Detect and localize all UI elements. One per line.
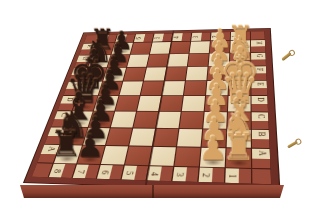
coord-label: 7 — [117, 37, 124, 39]
square-g6 — [127, 55, 149, 68]
coord-label: H — [254, 42, 262, 45]
coord-label: 4 — [149, 171, 159, 175]
coord-label: 6 — [100, 170, 110, 174]
square-a5 — [125, 146, 152, 165]
square-h5 — [150, 42, 171, 54]
board-front-edge — [20, 185, 284, 198]
square-h4 — [170, 42, 191, 54]
chess-set-photo: 87654321H♜♟♟♜HG♞♟♟♞GF♝♟♟♝FE♚♟♟♚ED♛♟♟♛DC♝… — [0, 0, 310, 215]
coord-label: 2 — [201, 173, 211, 177]
square-a1: ♜ — [226, 148, 251, 168]
coord-bottom-5: 5 — [122, 166, 149, 181]
coord-label: 5 — [124, 171, 134, 175]
coord-label: B — [256, 132, 265, 137]
square-a3 — [175, 147, 201, 166]
square-a6 — [101, 146, 128, 165]
square-b4 — [153, 129, 178, 147]
square-h6 — [131, 42, 152, 54]
coord-label: 2 — [212, 35, 219, 37]
square-d6 — [115, 96, 139, 111]
square-c6 — [111, 112, 136, 128]
coord-bottom-2: 2 — [199, 168, 225, 183]
coord-label: 4 — [174, 36, 181, 38]
square-a4 — [150, 147, 176, 166]
chess-board: 87654321H♜♟♟♜HG♞♟♟♞GF♝♟♟♝FE♚♟♟♚ED♛♟♟♛DC♝… — [32, 31, 271, 184]
coord-label: F — [75, 70, 83, 73]
square-g4 — [167, 54, 188, 67]
square-e6 — [120, 81, 143, 95]
white-rook-a1: ♜ — [222, 130, 256, 165]
coord-label: G — [80, 57, 88, 60]
fold-seam-front — [152, 185, 154, 198]
coord-bottom-3: 3 — [172, 167, 198, 182]
square-e4 — [162, 81, 185, 95]
latch-hook-icon — [287, 140, 298, 148]
coord-top-6: 6 — [134, 34, 154, 42]
coord-label: 3 — [193, 36, 200, 38]
square-f4 — [165, 67, 187, 80]
square-b6 — [106, 128, 132, 145]
coord-label: 8 — [99, 38, 106, 40]
coord-label: 8 — [52, 169, 62, 173]
black-pawn-a7: ♟ — [75, 132, 103, 161]
coord-bottom-1: 1 — [225, 168, 251, 183]
coord-label: 5 — [155, 36, 162, 38]
coord-top-4: 4 — [172, 33, 192, 41]
square-a7: ♟ — [77, 145, 105, 164]
coord-bottom-8: 8 — [49, 164, 76, 178]
frame-corner — [252, 169, 271, 184]
square-c5 — [133, 112, 158, 128]
coord-label: H — [85, 45, 93, 48]
square-d5 — [137, 96, 161, 111]
coord-bottom-4: 4 — [147, 166, 173, 181]
square-f6 — [123, 68, 146, 81]
board-frame: 87654321H♜♟♟♜HG♞♟♟♞GF♝♟♟♝FE♚♟♟♚ED♛♟♟♛DC♝… — [23, 28, 281, 192]
square-c4 — [156, 112, 180, 128]
square-e5 — [141, 81, 164, 95]
latch-hook-icon — [281, 52, 292, 61]
square-g5 — [147, 54, 169, 67]
frame-corner — [32, 163, 53, 177]
coord-label: 6 — [136, 37, 143, 39]
square-b5 — [129, 128, 155, 146]
coord-label: 3 — [175, 172, 185, 176]
coord-label: 1 — [232, 35, 239, 37]
square-f5 — [144, 67, 166, 80]
coord-label: 7 — [76, 169, 86, 173]
coord-top-5: 5 — [153, 33, 173, 41]
coord-label: A — [256, 151, 266, 156]
coord-label: 1 — [227, 174, 237, 178]
coord-bottom-7: 7 — [73, 164, 100, 178]
square-d4 — [159, 96, 183, 111]
board-3d-scene: 87654321H♜♟♟♜HG♞♟♟♞GF♝♟♟♝FE♚♟♟♚ED♛♟♟♛DC♝… — [23, 28, 281, 192]
coord-bottom-6: 6 — [97, 165, 124, 180]
